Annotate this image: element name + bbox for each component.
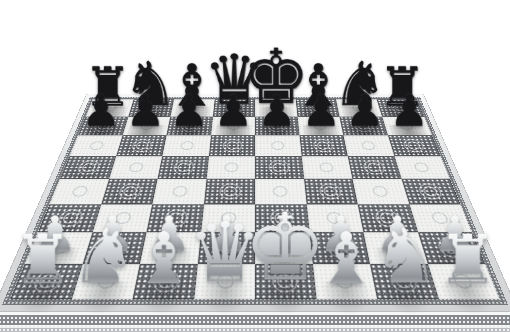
board-etched-border: ♜♞♝♛♚♝♞♜♟♟♟♟♟♟♟♟♟♟♟♟♟♟♟♟♜♞♝♛♚♝♞♜ [2, 97, 508, 305]
square-a4[interactable] [50, 179, 109, 204]
square-b4[interactable] [101, 179, 158, 204]
square-c7[interactable]: ♟ [167, 116, 213, 135]
square-e5[interactable] [255, 156, 304, 179]
square-h6[interactable] [388, 135, 441, 156]
square-d5[interactable] [206, 156, 255, 179]
chess-board: ♜♞♝♛♚♝♞♜♟♟♟♟♟♟♟♟♟♟♟♟♟♟♟♟♜♞♝♛♚♝♞♜ [0, 94, 510, 312]
square-g1[interactable]: ♞ [370, 264, 439, 300]
piece-white-bishop[interactable]: ♝ [314, 222, 378, 294]
board-frame: ♜♞♝♛♚♝♞♜♟♟♟♟♟♟♟♟♟♟♟♟♟♟♟♟♜♞♝♛♚♝♞♜ [0, 94, 510, 312]
square-b6[interactable] [116, 135, 167, 156]
piece-black-pawn[interactable]: ♟ [213, 89, 252, 133]
piece-black-pawn[interactable]: ♟ [257, 89, 296, 133]
piece-black-pawn[interactable]: ♟ [389, 89, 428, 133]
square-a7[interactable]: ♟ [78, 116, 128, 135]
square-g4[interactable] [352, 179, 409, 204]
square-c4[interactable] [152, 179, 206, 204]
square-h7[interactable]: ♟ [382, 116, 432, 135]
square-e6[interactable] [255, 135, 301, 156]
chessboard-scene: ♜♞♝♛♚♝♞♜♟♟♟♟♟♟♟♟♟♟♟♟♟♟♟♟♜♞♝♛♚♝♞♜ [0, 0, 510, 332]
piece-black-pawn[interactable]: ♟ [301, 89, 340, 133]
piece-black-pawn[interactable]: ♟ [345, 89, 384, 133]
square-f6[interactable] [299, 135, 348, 156]
square-h1[interactable]: ♜ [428, 264, 500, 300]
square-c5[interactable] [158, 156, 209, 179]
piece-black-pawn[interactable]: ♟ [126, 89, 165, 133]
square-h4[interactable] [401, 179, 460, 204]
piece-black-pawn[interactable]: ♟ [170, 89, 209, 133]
board-base [0, 312, 510, 332]
square-b5[interactable] [109, 156, 162, 179]
square-d6[interactable] [209, 135, 255, 156]
square-f1[interactable]: ♝ [313, 264, 378, 300]
piece-white-knight[interactable]: ♞ [69, 218, 137, 294]
square-c6[interactable] [162, 135, 211, 156]
square-f5[interactable] [301, 156, 352, 179]
square-g6[interactable] [343, 135, 394, 156]
square-e7[interactable]: ♟ [255, 116, 299, 135]
square-g7[interactable]: ♟ [340, 116, 388, 135]
square-b1[interactable]: ♞ [71, 264, 140, 300]
piece-white-rook[interactable]: ♜ [12, 226, 73, 294]
square-h5[interactable] [394, 156, 450, 179]
square-e1[interactable]: ♚ [255, 264, 316, 300]
board-grid: ♜♞♝♛♚♝♞♜♟♟♟♟♟♟♟♟♟♟♟♟♟♟♟♟♜♞♝♛♚♝♞♜ [10, 99, 499, 299]
square-g5[interactable] [348, 156, 401, 179]
square-a6[interactable] [70, 135, 123, 156]
piece-white-knight[interactable]: ♞ [373, 218, 441, 294]
piece-black-pawn[interactable]: ♟ [82, 89, 121, 133]
square-f7[interactable]: ♟ [297, 116, 343, 135]
square-b7[interactable]: ♟ [122, 116, 170, 135]
square-a5[interactable] [60, 156, 116, 179]
square-d7[interactable]: ♟ [211, 116, 255, 135]
piece-white-rook[interactable]: ♜ [437, 226, 498, 294]
